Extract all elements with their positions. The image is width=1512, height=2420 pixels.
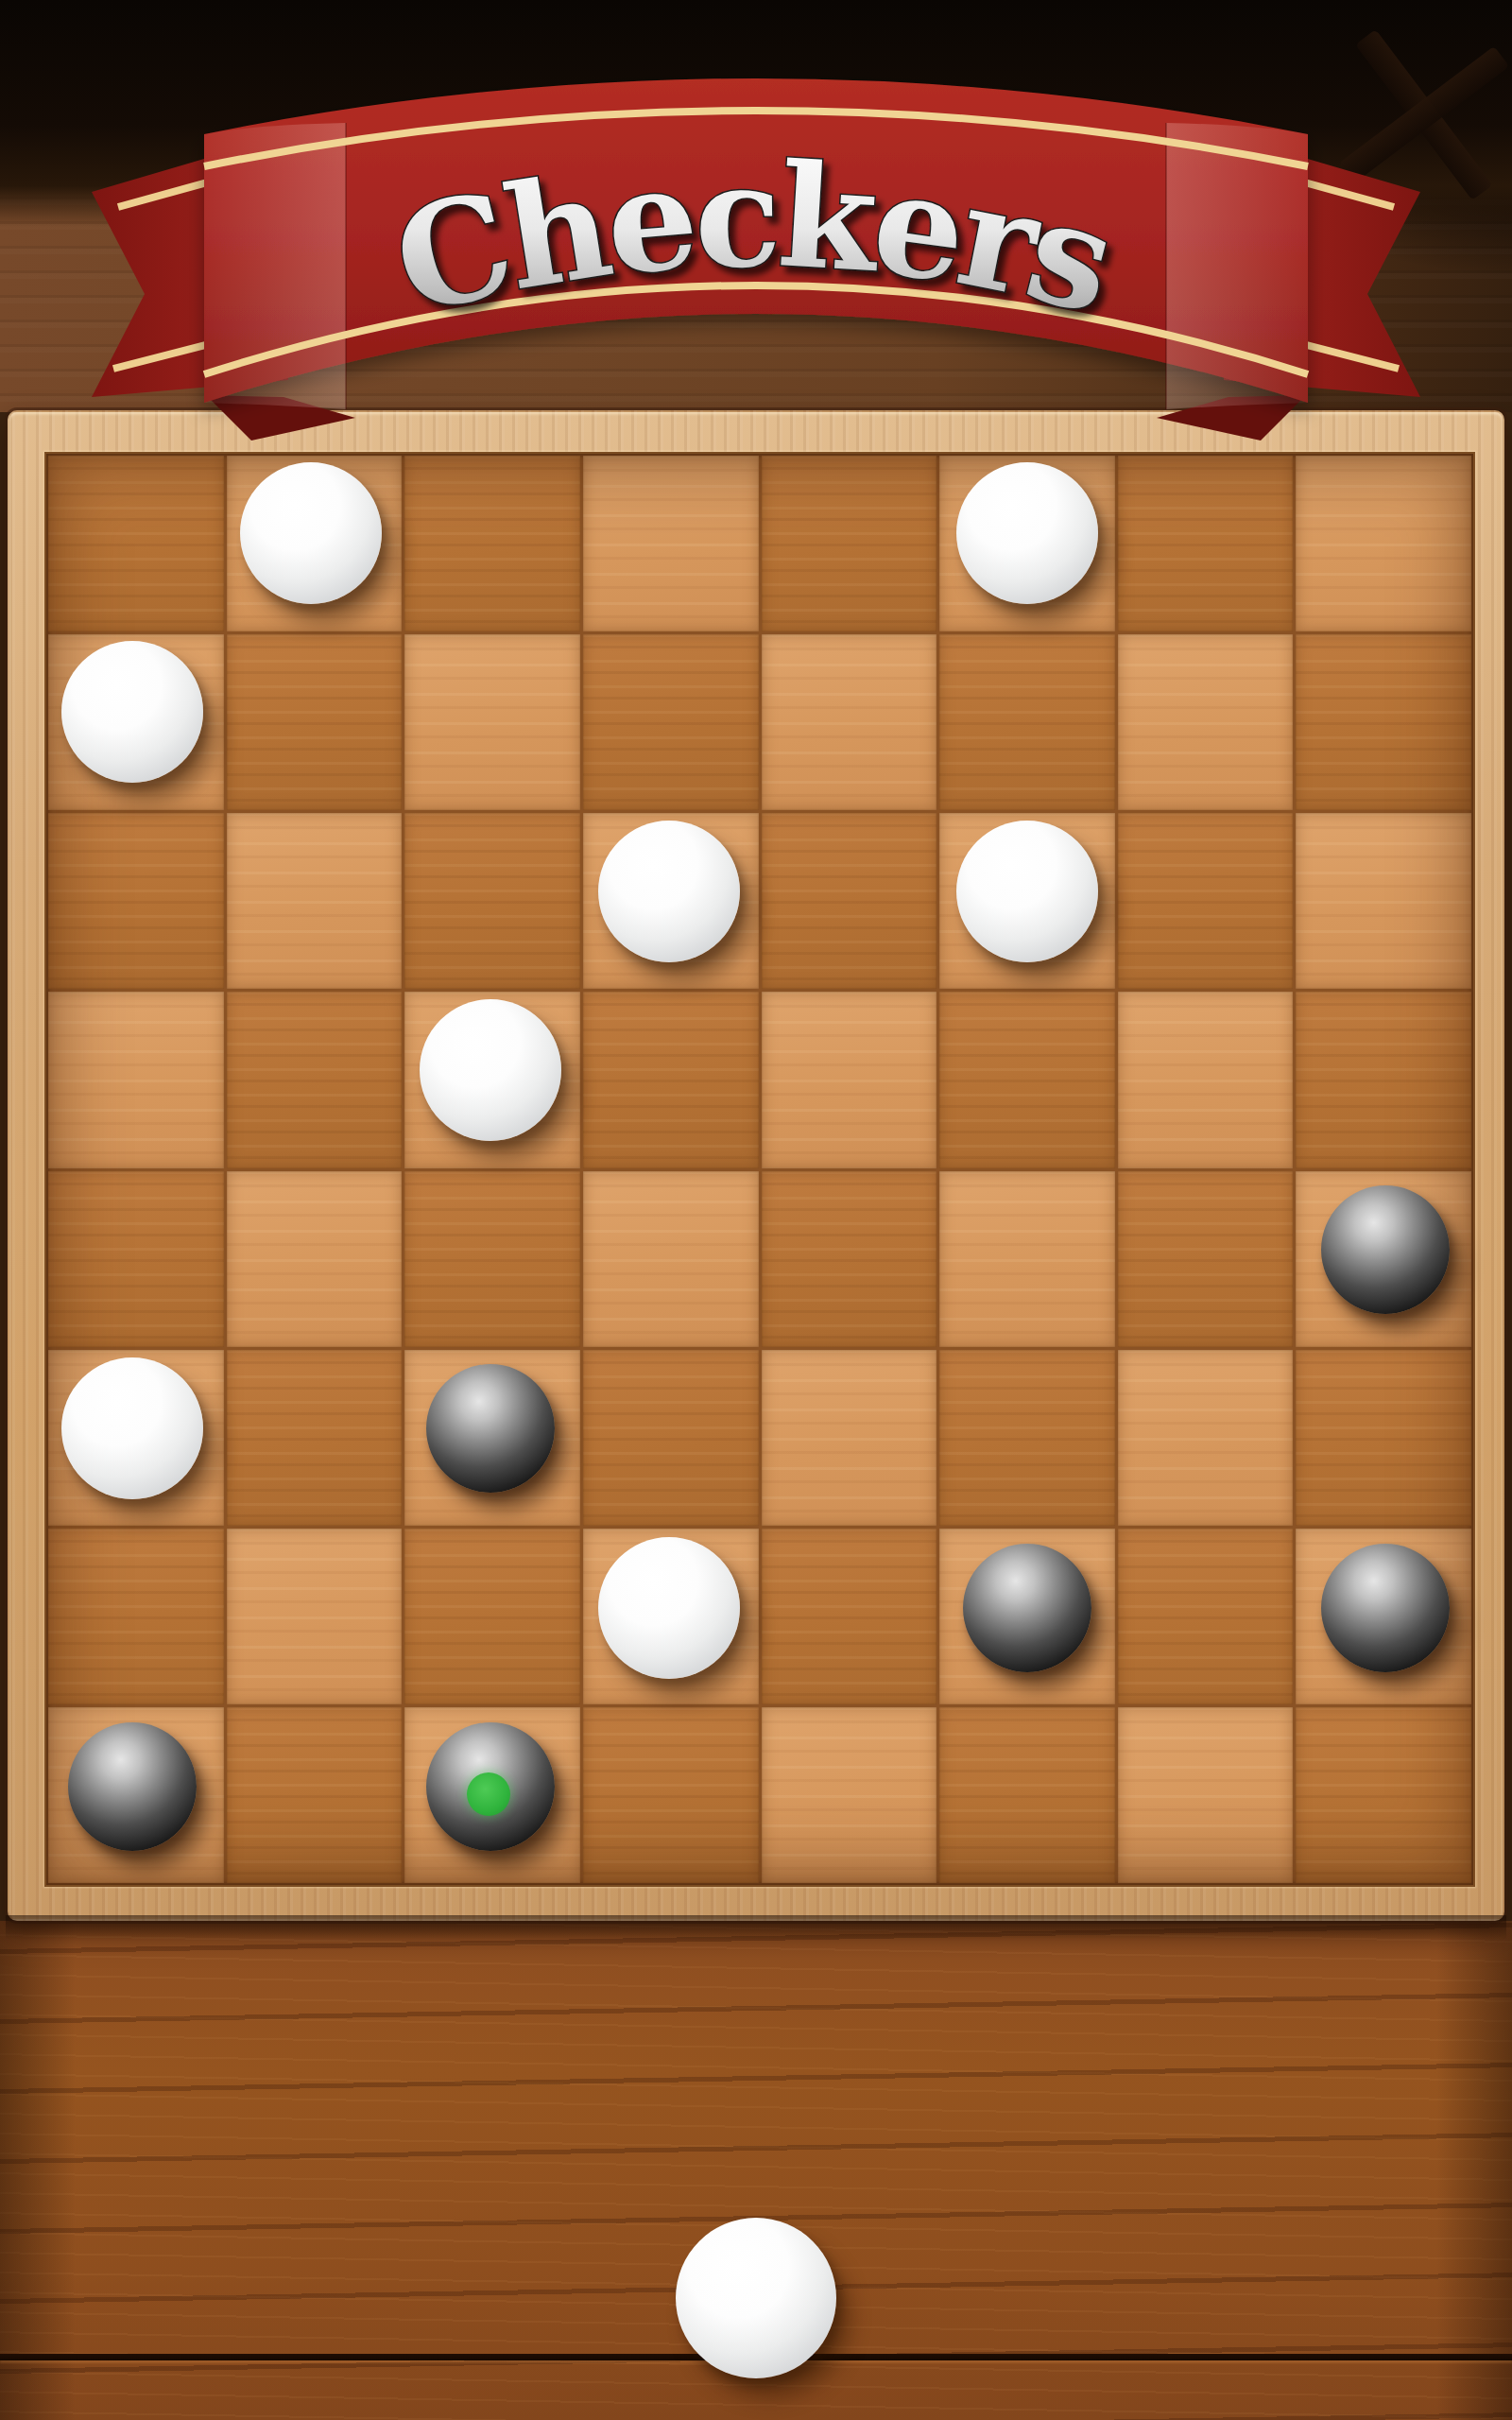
square-r1c5[interactable] <box>762 456 937 631</box>
square-r6c6[interactable] <box>939 1350 1115 1526</box>
square-r4c1[interactable] <box>48 992 224 1167</box>
square-r8c8[interactable] <box>1296 1707 1471 1883</box>
square-r5c2[interactable] <box>227 1171 403 1347</box>
board-drop-shadow <box>6 1915 1506 1940</box>
square-r7c3[interactable] <box>404 1529 580 1704</box>
square-r4c4[interactable] <box>583 992 759 1167</box>
piece-black[interactable] <box>1321 1544 1450 1672</box>
checkers-app: { "game": "checkers", "header": { "title… <box>0 0 1512 2420</box>
square-r1c4[interactable] <box>583 456 759 631</box>
piece-black-selected[interactable] <box>426 1722 555 1851</box>
square-r4c8[interactable] <box>1296 992 1471 1167</box>
piece-black[interactable] <box>68 1722 197 1851</box>
square-r3c8[interactable] <box>1296 813 1471 989</box>
square-r6c4[interactable] <box>583 1350 759 1526</box>
square-r6c8[interactable] <box>1296 1350 1471 1526</box>
square-r4c2[interactable] <box>227 992 403 1167</box>
square-r6c5[interactable] <box>762 1350 937 1526</box>
square-r7c1[interactable] <box>48 1529 224 1704</box>
square-r3c1[interactable] <box>48 813 224 989</box>
square-r2c3[interactable] <box>404 634 580 810</box>
piece-white[interactable] <box>598 821 740 962</box>
piece-black[interactable] <box>426 1364 555 1493</box>
off-board-white-piece[interactable] <box>676 2218 836 2378</box>
square-r6c7[interactable] <box>1118 1350 1294 1526</box>
board-squares <box>46 454 1473 1885</box>
piece-white[interactable] <box>61 641 203 783</box>
square-r8c7[interactable] <box>1118 1707 1294 1883</box>
square-r5c3[interactable] <box>404 1171 580 1347</box>
close-x-icon <box>1338 46 1509 184</box>
square-r1c1[interactable] <box>48 456 224 631</box>
square-r2c7[interactable] <box>1118 634 1294 810</box>
square-r7c7[interactable] <box>1118 1529 1294 1704</box>
square-r5c4[interactable] <box>583 1171 759 1347</box>
piece-white[interactable] <box>61 1357 203 1499</box>
close-button[interactable] <box>1323 15 1512 214</box>
piece-white[interactable] <box>240 462 382 604</box>
square-r6c2[interactable] <box>227 1350 403 1526</box>
square-r5c5[interactable] <box>762 1171 937 1347</box>
square-r5c7[interactable] <box>1118 1171 1294 1347</box>
selected-piece-green-dot <box>467 1772 510 1816</box>
square-r1c3[interactable] <box>404 456 580 631</box>
square-r3c7[interactable] <box>1118 813 1294 989</box>
square-r8c6[interactable] <box>939 1707 1115 1883</box>
square-r4c5[interactable] <box>762 992 937 1167</box>
square-r3c2[interactable] <box>227 813 403 989</box>
piece-white[interactable] <box>420 999 561 1141</box>
piece-white[interactable] <box>598 1537 740 1679</box>
square-r8c4[interactable] <box>583 1707 759 1883</box>
square-r7c2[interactable] <box>227 1529 403 1704</box>
square-r2c5[interactable] <box>762 634 937 810</box>
square-r3c3[interactable] <box>404 813 580 989</box>
square-r1c7[interactable] <box>1118 456 1294 631</box>
square-r5c1[interactable] <box>48 1171 224 1347</box>
piece-black[interactable] <box>963 1544 1091 1672</box>
square-r1c8[interactable] <box>1296 456 1471 631</box>
square-r8c2[interactable] <box>227 1707 403 1883</box>
square-r2c2[interactable] <box>227 634 403 810</box>
piece-black[interactable] <box>1321 1185 1450 1314</box>
square-r2c8[interactable] <box>1296 634 1471 810</box>
board-frame <box>8 410 1504 1921</box>
square-r8c5[interactable] <box>762 1707 937 1883</box>
square-r7c5[interactable] <box>762 1529 937 1704</box>
square-r2c6[interactable] <box>939 634 1115 810</box>
square-r4c7[interactable] <box>1118 992 1294 1167</box>
square-r3c5[interactable] <box>762 813 937 989</box>
piece-white[interactable] <box>956 821 1098 962</box>
square-r5c6[interactable] <box>939 1171 1115 1347</box>
piece-white[interactable] <box>956 462 1098 604</box>
top-dark-band <box>0 0 1512 227</box>
square-r2c4[interactable] <box>583 634 759 810</box>
square-r4c6[interactable] <box>939 992 1115 1167</box>
board <box>44 452 1475 1887</box>
